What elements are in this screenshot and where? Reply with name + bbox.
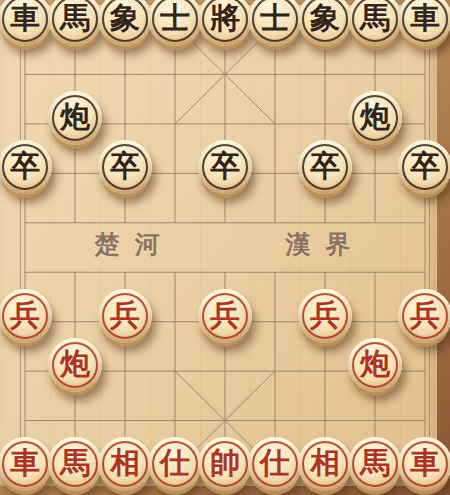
piece-red-cannon[interactable]: 炮 [48,338,102,392]
piece-glyph: 馬 [60,3,90,33]
board-surface [0,5,437,486]
piece-glyph: 帥 [210,448,240,478]
piece-red-soldier[interactable]: 兵 [0,289,52,343]
piece-red-chariot[interactable]: 車 [0,437,52,491]
piece-glyph: 車 [10,3,40,33]
piece-black-cannon[interactable]: 炮 [48,91,102,145]
piece-glyph: 士 [260,3,290,33]
piece-glyph: 車 [10,448,40,478]
piece-glyph: 將 [210,3,240,33]
piece-glyph: 象 [310,3,340,33]
piece-glyph: 馬 [60,448,90,478]
piece-glyph: 馬 [360,3,390,33]
piece-glyph: 兵 [210,300,240,330]
piece-black-soldier[interactable]: 卒 [398,140,450,194]
piece-red-horse[interactable]: 馬 [348,437,402,491]
piece-glyph: 兵 [110,300,140,330]
piece-glyph: 兵 [310,300,340,330]
piece-red-advisor[interactable]: 仕 [248,437,302,491]
piece-glyph: 車 [410,3,440,33]
river-label-han-jie: 漢界 [271,228,366,261]
piece-glyph: 馬 [360,448,390,478]
piece-glyph: 車 [410,448,440,478]
piece-red-soldier[interactable]: 兵 [98,289,152,343]
piece-glyph: 仕 [160,448,190,478]
piece-red-chariot[interactable]: 車 [398,437,450,491]
piece-red-advisor[interactable]: 仕 [148,437,202,491]
piece-red-soldier[interactable]: 兵 [198,289,252,343]
piece-red-soldier[interactable]: 兵 [398,289,450,343]
piece-glyph: 卒 [410,151,440,181]
piece-red-horse[interactable]: 馬 [48,437,102,491]
piece-red-elephant[interactable]: 相 [98,437,152,491]
piece-glyph: 卒 [110,151,140,181]
piece-glyph: 兵 [10,300,40,330]
piece-glyph: 卒 [310,151,340,181]
piece-glyph: 炮 [60,349,90,379]
piece-black-cannon[interactable]: 炮 [348,91,402,145]
piece-glyph: 相 [310,448,340,478]
piece-black-soldier[interactable]: 卒 [198,140,252,194]
piece-red-cannon[interactable]: 炮 [348,338,402,392]
piece-glyph: 卒 [10,151,40,181]
piece-glyph: 士 [160,3,190,33]
piece-glyph: 相 [110,448,140,478]
piece-glyph: 卒 [210,151,240,181]
piece-black-soldier[interactable]: 卒 [98,140,152,194]
piece-glyph: 象 [110,3,140,33]
piece-red-elephant[interactable]: 相 [298,437,352,491]
piece-glyph: 炮 [60,102,90,132]
piece-red-general[interactable]: 帥 [198,437,252,491]
piece-red-soldier[interactable]: 兵 [298,289,352,343]
piece-glyph: 炮 [360,102,390,132]
piece-glyph: 炮 [360,349,390,379]
piece-black-soldier[interactable]: 卒 [298,140,352,194]
piece-glyph: 仕 [260,448,290,478]
river-label-chu-he: 楚河 [80,228,175,261]
xiangqi-board: 楚河 漢界 車馬象士將士象馬車炮炮卒卒卒卒卒兵兵兵兵兵炮炮車馬相仕帥仕相馬車 [0,0,450,495]
piece-glyph: 兵 [410,300,440,330]
